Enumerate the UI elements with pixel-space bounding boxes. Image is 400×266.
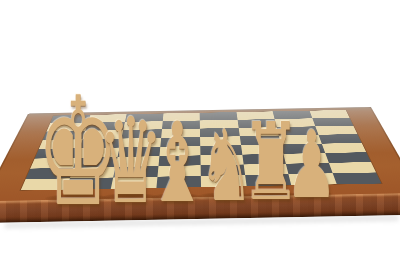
chess-set-product-photo: ♚ ♛ ♝ ♞ ♜ ♟ (0, 0, 400, 266)
pawn-piece-glyph: ♟ (286, 119, 338, 212)
piece-lineup: ♚ ♛ ♝ ♞ ♜ ♟ (0, 0, 400, 266)
